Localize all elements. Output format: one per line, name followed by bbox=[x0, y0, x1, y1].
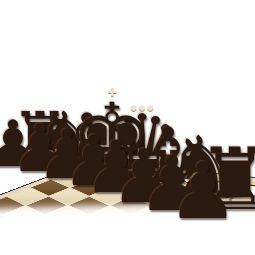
king-cross-finial: ✚ bbox=[107, 87, 116, 98]
queen-crown-finials: ● ● ● bbox=[131, 105, 154, 112]
black-pawn-h7[interactable]: ♟ bbox=[168, 152, 238, 230]
chess-set-photo: ♜ ♞ ♝ ♚ ♛ ♝ ♞ ♜ ♟ ♟ ♟ ♟ ♟ ♟ ♟ ♟ ✚ ● ● ● bbox=[0, 0, 255, 255]
